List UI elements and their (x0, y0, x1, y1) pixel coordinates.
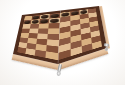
square-g1[interactable] (82, 43, 93, 52)
square-c1[interactable] (35, 50, 46, 58)
front-latch-ring (56, 70, 61, 76)
product-photo-stage (0, 0, 125, 85)
square-f1[interactable] (71, 46, 82, 56)
board-grid-left (17, 13, 60, 60)
front-latch-hook (54, 64, 65, 78)
square-d1[interactable] (45, 51, 58, 60)
